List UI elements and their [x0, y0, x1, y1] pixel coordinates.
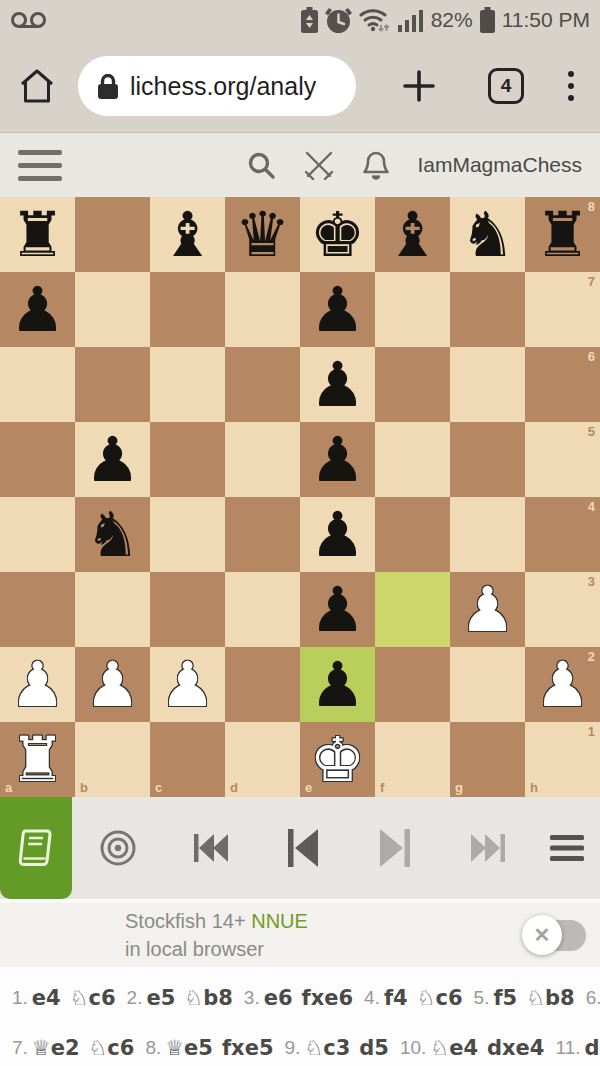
rank-label-7: 7	[588, 275, 595, 288]
wifi-icon	[359, 7, 391, 33]
square-a5[interactable]	[0, 422, 75, 497]
square-d8[interactable]: ♛	[225, 197, 300, 272]
move-line-2: 7.♕e2♘c68.♕e5fxe59.♘c3d510.♘e4dxe411.d4♘…	[10, 1023, 592, 1066]
square-f7[interactable]	[375, 272, 450, 347]
square-c6[interactable]	[150, 347, 225, 422]
engine-name-label: Stockfish 14+	[125, 910, 246, 932]
file-label-d: d	[230, 781, 238, 794]
move-number: 6.	[586, 987, 600, 1009]
square-d3[interactable]	[225, 572, 300, 647]
site-menu-button[interactable]	[18, 150, 62, 181]
engine-location-label: in local browser	[125, 938, 264, 960]
black-pawn-b5[interactable]: ♟	[85, 429, 141, 491]
square-c5[interactable]	[150, 422, 225, 497]
black-pawn-e3[interactable]: ♟	[310, 579, 366, 641]
square-e6[interactable]: ♟	[300, 347, 375, 422]
square-h6[interactable]: 6	[525, 347, 600, 422]
square-d7[interactable]	[225, 272, 300, 347]
file-label-h: h	[530, 781, 538, 794]
move-number: 3.	[244, 987, 260, 1009]
practice-target-button[interactable]	[72, 797, 164, 899]
square-g5[interactable]	[450, 422, 525, 497]
square-d2[interactable]	[225, 647, 300, 722]
black-move[interactable]: ♘b8	[184, 986, 232, 1010]
square-f4[interactable]	[375, 497, 450, 572]
black-move[interactable]: ♘c6	[89, 1036, 135, 1060]
chess-board: ♜♝♛♚♝♞8♜♟♟7♟6♟♟5♞♟4♟♟3♟♟♟♟2♟a♜bcde♚fg1h	[0, 197, 600, 797]
white-move[interactable]: e4	[32, 986, 61, 1010]
square-h7[interactable]: 7	[525, 272, 600, 347]
previous-move-button[interactable]	[257, 797, 349, 899]
black-king-e8[interactable]: ♚	[310, 204, 366, 266]
alarm-clock-icon	[325, 7, 352, 34]
lock-icon	[98, 74, 118, 99]
engine-toggle[interactable]: ✕	[522, 918, 586, 952]
square-e3[interactable]: ♟	[300, 572, 375, 647]
tab-count-label: 4	[501, 75, 512, 97]
square-b6[interactable]	[75, 347, 150, 422]
white-move[interactable]: f4	[384, 986, 408, 1010]
white-move[interactable]: ♘e4	[430, 1036, 478, 1060]
square-h1[interactable]: 1h	[525, 722, 600, 797]
square-a3[interactable]	[0, 572, 75, 647]
battery-percent-label: 82%	[431, 8, 473, 32]
username-label[interactable]: IamMagmaChess	[417, 153, 582, 177]
file-label-a: a	[5, 781, 12, 794]
voicemail-icon	[10, 9, 50, 31]
black-rook-a8[interactable]: ♜	[10, 204, 66, 266]
move-number: 5.	[474, 987, 490, 1009]
square-e8[interactable]: ♚	[300, 197, 375, 272]
move-list: 1.e4♘c62.e5♘b83.e6fxe64.f4♘c65.f5♘b86.f6…	[0, 967, 600, 1066]
file-label-b: b	[80, 781, 88, 794]
bell-icon[interactable]	[362, 150, 390, 180]
square-h3[interactable]: 3	[525, 572, 600, 647]
analysis-menu-button[interactable]	[534, 797, 600, 899]
square-g6[interactable]	[450, 347, 525, 422]
rank-label-4: 4	[588, 500, 595, 513]
white-move[interactable]: ♕e5	[165, 1036, 213, 1060]
white-pawn-a2[interactable]: ♟	[10, 654, 66, 716]
square-f2[interactable]	[375, 647, 450, 722]
black-move[interactable]: d5	[359, 1036, 389, 1060]
square-a1[interactable]: a♜	[0, 722, 75, 797]
move-number: 7.	[12, 1037, 28, 1059]
square-h2[interactable]: 2♟	[525, 647, 600, 722]
move-number: 10.	[400, 1037, 426, 1059]
square-a8[interactable]: ♜	[0, 197, 75, 272]
black-pawn-e2[interactable]: ♟	[310, 654, 366, 716]
square-h5[interactable]: 5	[525, 422, 600, 497]
white-pawn-h2[interactable]: ♟	[535, 654, 591, 716]
white-move[interactable]: f5	[493, 986, 517, 1010]
square-c4[interactable]	[150, 497, 225, 572]
square-b3[interactable]	[75, 572, 150, 647]
file-label-g: g	[455, 781, 463, 794]
square-b5[interactable]: ♟	[75, 422, 150, 497]
move-number: 4.	[364, 987, 380, 1009]
analysis-controls	[0, 797, 600, 899]
tab-switcher-button[interactable]: 4	[488, 68, 524, 104]
black-move[interactable]: fxe6	[302, 986, 354, 1010]
search-icon[interactable]	[246, 150, 276, 180]
white-king-e1[interactable]: ♚	[310, 729, 366, 791]
square-h8[interactable]: 8♜	[525, 197, 600, 272]
square-f6[interactable]	[375, 347, 450, 422]
engine-panel: Stockfish 14+ NNUE in local browser ✕	[0, 903, 600, 967]
square-g4[interactable]	[450, 497, 525, 572]
square-d1[interactable]: d	[225, 722, 300, 797]
next-move-button[interactable]	[349, 797, 441, 899]
black-move[interactable]: ♘c6	[417, 986, 463, 1010]
square-f5[interactable]	[375, 422, 450, 497]
rank-label-6: 6	[588, 350, 595, 363]
url-text: lichess.org/analy	[130, 72, 316, 101]
rank-label-8: 8	[588, 200, 595, 213]
black-pawn-a7[interactable]: ♟	[10, 279, 66, 341]
white-move[interactable]: e5	[146, 986, 175, 1010]
white-pawn-b2[interactable]: ♟	[85, 654, 141, 716]
white-move[interactable]: ♘c3	[304, 1036, 350, 1060]
square-b2[interactable]: ♟	[75, 647, 150, 722]
rank-label-3: 3	[588, 575, 595, 588]
square-b1[interactable]: b	[75, 722, 150, 797]
square-e1[interactable]: e♚	[300, 722, 375, 797]
square-e5[interactable]: ♟	[300, 422, 375, 497]
square-a4[interactable]	[0, 497, 75, 572]
engine-nnue-badge: NNUE	[251, 910, 308, 932]
move-line-1: 1.e4♘c62.e5♘b83.e6fxe64.f4♘c65.f5♘b86.f6…	[10, 973, 592, 1023]
square-f1[interactable]: f	[375, 722, 450, 797]
square-g7[interactable]	[450, 272, 525, 347]
black-move[interactable]: fxe5	[222, 1036, 274, 1060]
status-bar: 82% 11:50 PM	[0, 0, 600, 40]
white-move[interactable]: ♕e2	[32, 1036, 80, 1060]
file-label-c: c	[155, 781, 162, 794]
square-c2[interactable]: ♟	[150, 647, 225, 722]
square-g2[interactable]	[450, 647, 525, 722]
rank-label-5: 5	[588, 425, 595, 438]
black-rook-h8[interactable]: ♜	[535, 204, 591, 266]
black-move[interactable]: ♘c6	[70, 986, 116, 1010]
black-knight-g8[interactable]: ♞	[460, 204, 516, 266]
battery-icon	[480, 7, 495, 33]
move-number: 2.	[127, 987, 143, 1009]
black-pawn-e5[interactable]: ♟	[310, 429, 366, 491]
site-header: IamMagmaChess	[0, 133, 600, 197]
square-g1[interactable]: g	[450, 722, 525, 797]
home-button[interactable]	[18, 67, 56, 105]
square-f3[interactable]	[375, 572, 450, 647]
new-tab-button[interactable]	[402, 69, 436, 103]
opening-book-button[interactable]	[0, 797, 72, 899]
battery-saver-icon	[301, 7, 318, 33]
black-queen-d8[interactable]: ♛	[235, 204, 291, 266]
black-pawn-e4[interactable]: ♟	[310, 504, 366, 566]
move-number: 1.	[12, 987, 28, 1009]
square-b8[interactable]	[75, 197, 150, 272]
first-move-button[interactable]	[164, 797, 256, 899]
white-pawn-c2[interactable]: ♟	[160, 654, 216, 716]
clock-label: 11:50 PM	[502, 8, 590, 32]
square-c7[interactable]	[150, 272, 225, 347]
white-rook-a1[interactable]: ♜	[10, 729, 66, 791]
square-d5[interactable]	[225, 422, 300, 497]
square-d4[interactable]	[225, 497, 300, 572]
last-move-button[interactable]	[442, 797, 534, 899]
black-pawn-e7[interactable]: ♟	[310, 279, 366, 341]
move-number: 8.	[145, 1037, 161, 1059]
square-g8[interactable]: ♞	[450, 197, 525, 272]
square-a6[interactable]	[0, 347, 75, 422]
black-move[interactable]: dxe4	[487, 1036, 544, 1060]
black-knight-b4[interactable]: ♞	[85, 504, 141, 566]
black-move[interactable]: ♘b8	[526, 986, 574, 1010]
square-e4[interactable]: ♟	[300, 497, 375, 572]
url-bar[interactable]: lichess.org/analy	[78, 56, 356, 116]
square-e2[interactable]: ♟	[300, 647, 375, 722]
black-bishop-c8[interactable]: ♝	[160, 204, 216, 266]
square-e7[interactable]: ♟	[300, 272, 375, 347]
cell-signal-icon	[398, 8, 424, 32]
file-label-e: e	[305, 781, 312, 794]
square-c8[interactable]: ♝	[150, 197, 225, 272]
white-move[interactable]: d4	[585, 1036, 600, 1060]
square-a2[interactable]: ♟	[0, 647, 75, 722]
rank-label-1: 1	[588, 725, 595, 738]
square-a7[interactable]: ♟	[0, 272, 75, 347]
crossed-swords-icon[interactable]	[303, 150, 335, 180]
black-pawn-e6[interactable]: ♟	[310, 354, 366, 416]
square-d6[interactable]	[225, 347, 300, 422]
square-f8[interactable]: ♝	[375, 197, 450, 272]
move-number: 11.	[555, 1037, 580, 1059]
file-label-f: f	[380, 781, 384, 794]
square-c1[interactable]: c	[150, 722, 225, 797]
square-b7[interactable]	[75, 272, 150, 347]
rank-label-2: 2	[588, 650, 595, 663]
white-pawn-g3[interactable]: ♟	[460, 579, 516, 641]
square-c3[interactable]	[150, 572, 225, 647]
browser-menu-button[interactable]	[568, 71, 574, 101]
browser-toolbar: lichess.org/analy 4	[0, 40, 600, 133]
square-h4[interactable]: 4	[525, 497, 600, 572]
square-b4[interactable]: ♞	[75, 497, 150, 572]
move-number: 9.	[285, 1037, 301, 1059]
square-g3[interactable]: ♟	[450, 572, 525, 647]
engine-toggle-off-icon: ✕	[522, 915, 562, 955]
black-bishop-f8[interactable]: ♝	[385, 204, 441, 266]
white-move[interactable]: e6	[264, 986, 293, 1010]
